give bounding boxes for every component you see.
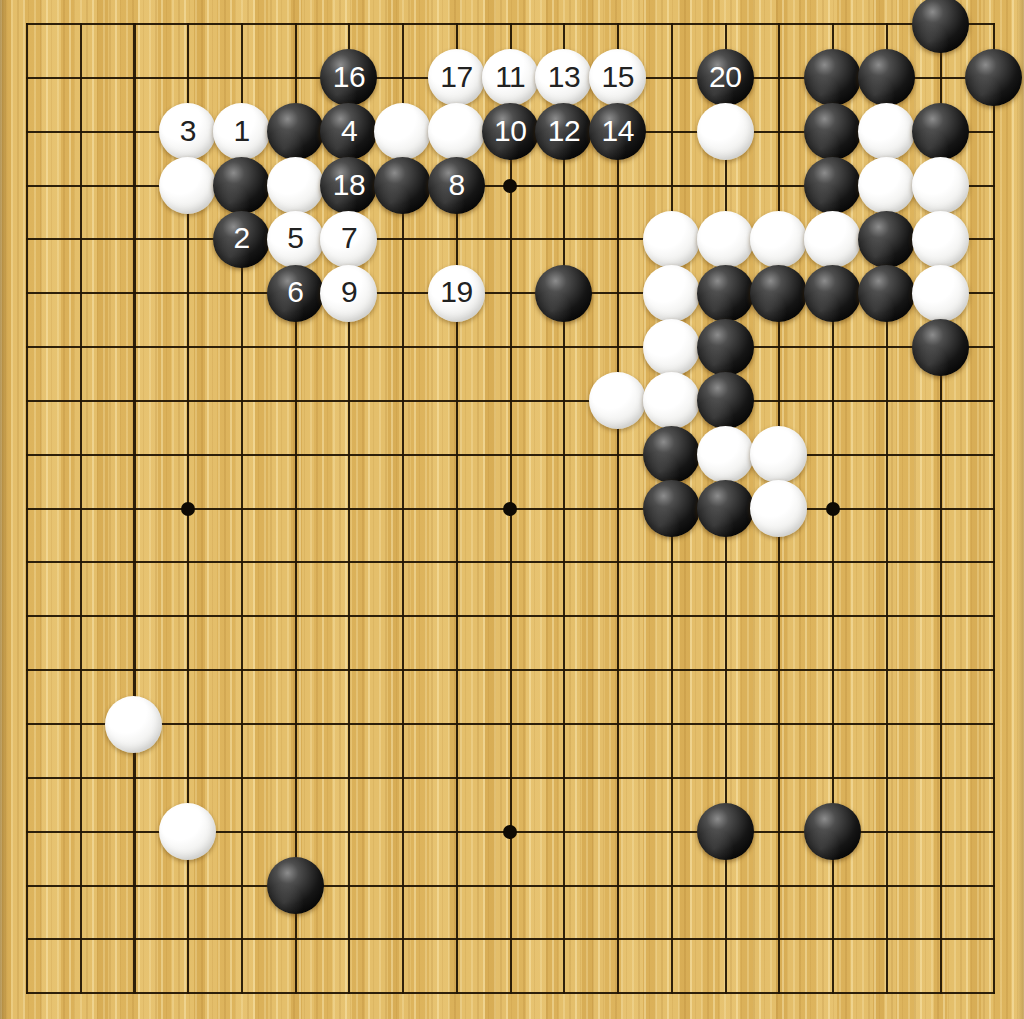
black-stone [858,211,915,268]
white-stone [697,103,754,160]
board-intersection [698,374,752,428]
black-stone-move-8: 8 [428,157,485,214]
black-stone [643,426,700,483]
black-stone [965,49,1022,106]
board-intersection: 17 [430,51,484,105]
board-intersection [860,266,914,320]
board-intersection [913,0,967,51]
white-stone [912,265,969,322]
board-intersection [645,212,699,266]
white-stone-move-17: 17 [428,49,485,106]
board-intersection: 15 [591,51,645,105]
board-intersection [860,51,914,105]
board-intersection [752,266,806,320]
black-stone [858,265,915,322]
move-number-label: 19 [440,277,472,307]
black-stone [912,0,969,53]
black-stone [804,803,861,860]
board-intersection [645,482,699,536]
board-intersection: 4 [322,105,376,159]
board-intersection [645,374,699,428]
white-stone [804,211,861,268]
board-intersection [376,105,430,159]
black-stone [697,265,754,322]
board-intersection [913,320,967,374]
black-stone-move-10: 10 [482,103,539,160]
board-intersection [161,159,215,213]
black-stone [697,803,754,860]
board-intersection [698,428,752,482]
board-intersection [752,482,806,536]
move-number-label: 8 [448,170,464,200]
white-stone [750,480,807,537]
board-intersection: 1 [215,105,269,159]
board-intersection [430,105,484,159]
white-stone [643,319,700,376]
move-number-label: 14 [602,116,634,146]
board-intersection [806,212,860,266]
black-stone [750,265,807,322]
board-intersection [645,428,699,482]
board-intersection [967,51,1021,105]
board-intersection [698,105,752,159]
board-intersection [268,159,322,213]
board-intersection: 5 [268,212,322,266]
board-intersection [860,212,914,266]
move-number-label: 11 [495,62,525,92]
move-number-label: 16 [333,62,365,92]
board-intersection [806,266,860,320]
board-intersection [161,805,215,859]
board-intersection [913,212,967,266]
white-stone-move-9: 9 [320,265,377,322]
board-intersection [806,105,860,159]
move-number-label: 17 [440,62,472,92]
board-intersection [591,374,645,428]
board-intersection: 9 [322,266,376,320]
go-board-photo: 1617111315203141012141882576919 [0,0,1024,1019]
black-stone [697,372,754,429]
board-intersection [268,859,322,913]
board-intersection [107,697,161,751]
black-stone [213,157,270,214]
white-stone [643,372,700,429]
white-stone [697,211,754,268]
board-intersection [537,266,591,320]
move-number-label: 18 [333,170,365,200]
board-intersection [376,159,430,213]
move-number-label: 5 [287,223,303,253]
white-stone [159,803,216,860]
white-stone [750,211,807,268]
white-stone [374,103,431,160]
white-stone-move-5: 5 [267,211,324,268]
board-intersection: 2 [215,212,269,266]
go-board-grid[interactable]: 1617111315203141012141882576919 [0,0,1021,1019]
black-stone [374,157,431,214]
black-stone-move-18: 18 [320,157,377,214]
black-stone [697,480,754,537]
white-stone [912,157,969,214]
board-intersection: 10 [483,105,537,159]
black-stone [804,265,861,322]
board-intersection [806,159,860,213]
white-stone-move-11: 11 [482,49,539,106]
board-intersection [698,482,752,536]
board-intersection [268,105,322,159]
move-number-label: 4 [341,116,357,146]
white-stone-move-13: 13 [535,49,592,106]
black-stone-move-14: 14 [589,103,646,160]
move-number-label: 10 [494,116,526,146]
black-stone [267,857,324,914]
move-number-label: 3 [180,116,196,146]
white-stone [912,211,969,268]
white-stone [105,696,162,753]
black-stone-move-20: 20 [697,49,754,106]
board-intersection: 11 [483,51,537,105]
board-intersection [913,266,967,320]
white-stone [750,426,807,483]
board-intersection: 3 [161,105,215,159]
board-intersection [645,320,699,374]
black-stone-move-4: 4 [320,103,377,160]
black-stone [267,103,324,160]
move-number-label: 13 [548,62,580,92]
move-number-label: 20 [709,62,741,92]
board-intersection [752,212,806,266]
white-stone [159,157,216,214]
black-stone-move-6: 6 [267,265,324,322]
board-intersection: 13 [537,51,591,105]
move-number-label: 9 [341,277,357,307]
white-stone [858,103,915,160]
board-intersection [752,428,806,482]
board-intersection [913,105,967,159]
board-intersection [860,105,914,159]
black-stone [535,265,592,322]
white-stone [643,265,700,322]
board-intersection [215,159,269,213]
board-intersection: 18 [322,159,376,213]
board-intersection [698,212,752,266]
move-number-label: 15 [602,62,634,92]
move-number-label: 12 [548,116,580,146]
board-intersection: 19 [430,266,484,320]
board-intersection [645,266,699,320]
white-stone-move-19: 19 [428,265,485,322]
board-intersection [698,266,752,320]
board-intersection: 16 [322,51,376,105]
white-stone [589,372,646,429]
white-stone [858,157,915,214]
black-stone [912,319,969,376]
board-intersection [698,805,752,859]
board-intersection: 6 [268,266,322,320]
move-number-label: 1 [233,116,249,146]
black-stone [858,49,915,106]
white-stone [643,211,700,268]
white-stone [697,426,754,483]
board-intersection: 20 [698,51,752,105]
black-stone-move-16: 16 [320,49,377,106]
move-number-label: 2 [233,223,249,253]
white-stone-move-1: 1 [213,103,270,160]
white-stone [267,157,324,214]
board-intersection [806,805,860,859]
black-stone [643,480,700,537]
board-intersection [860,159,914,213]
board-intersection [806,51,860,105]
black-stone [697,319,754,376]
board-intersection: 7 [322,212,376,266]
board-intersection: 14 [591,105,645,159]
black-stone [804,103,861,160]
board-intersection: 12 [537,105,591,159]
black-stone [804,49,861,106]
white-stone-move-7: 7 [320,211,377,268]
board-intersection [913,159,967,213]
move-number-label: 7 [341,223,357,253]
black-stone-move-2: 2 [213,211,270,268]
white-stone-move-15: 15 [589,49,646,106]
white-stone [428,103,485,160]
board-intersection: 8 [430,159,484,213]
white-stone-move-3: 3 [159,103,216,160]
move-number-label: 6 [287,277,303,307]
board-intersection [698,320,752,374]
black-stone [912,103,969,160]
black-stone-move-12: 12 [535,103,592,160]
black-stone [804,157,861,214]
